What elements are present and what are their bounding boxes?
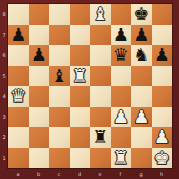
square-a3[interactable] <box>8 107 29 128</box>
square-e4[interactable] <box>90 86 111 107</box>
piece-black-pawn-h6[interactable]: ♟ <box>152 45 173 66</box>
square-c7[interactable] <box>49 25 70 46</box>
rank-label-5: 5 <box>0 74 8 79</box>
square-g7[interactable]: ♟ <box>131 25 152 46</box>
piece-black-pawn-a7[interactable]: ♟ <box>8 25 29 46</box>
square-f4[interactable] <box>111 86 132 107</box>
square-d2[interactable] <box>70 127 91 148</box>
square-h7[interactable] <box>152 25 173 46</box>
file-label-c: c <box>49 172 69 177</box>
square-h6[interactable]: ♟ <box>152 45 173 66</box>
square-d6[interactable] <box>70 45 91 66</box>
square-d4[interactable] <box>70 86 91 107</box>
rank-label-7: 7 <box>0 33 8 38</box>
piece-black-queen-f6[interactable]: ♛ <box>111 45 132 66</box>
square-f6[interactable]: ♛ <box>111 45 132 66</box>
file-label-a: a <box>8 172 28 177</box>
square-e6[interactable] <box>90 45 111 66</box>
rank-label-6: 6 <box>0 53 8 58</box>
square-a2[interactable] <box>8 127 29 148</box>
square-g8[interactable]: ♚ <box>131 4 152 25</box>
square-c8[interactable] <box>49 4 70 25</box>
file-label-e: e <box>90 172 110 177</box>
piece-white-pawn-g3[interactable]: ♟ <box>131 107 152 128</box>
rank-label-1: 1 <box>0 156 8 161</box>
square-c2[interactable] <box>49 127 70 148</box>
square-a7[interactable]: ♟ <box>8 25 29 46</box>
chess-board-frame: ♝♚♟♟♟♟♛♞♟♝♜♛♟♟♜♟♜♚ 87654321abcdefgh <box>0 0 179 179</box>
piece-white-rook-d5[interactable]: ♜ <box>70 66 91 87</box>
square-h8[interactable] <box>152 4 173 25</box>
square-b2[interactable] <box>29 127 50 148</box>
square-d3[interactable] <box>70 107 91 128</box>
square-b7[interactable] <box>29 25 50 46</box>
file-label-h: h <box>152 172 172 177</box>
square-a1[interactable] <box>8 148 29 169</box>
square-b5[interactable] <box>29 66 50 87</box>
piece-black-pawn-f7[interactable]: ♟ <box>111 25 132 46</box>
square-a5[interactable] <box>8 66 29 87</box>
piece-black-pawn-b6[interactable]: ♟ <box>29 45 50 66</box>
square-h2[interactable]: ♟ <box>152 127 173 148</box>
square-h1[interactable]: ♚ <box>152 148 173 169</box>
square-f3[interactable]: ♟ <box>111 107 132 128</box>
piece-black-bishop-c5[interactable]: ♝ <box>49 66 70 87</box>
square-c4[interactable] <box>49 86 70 107</box>
file-label-f: f <box>111 172 131 177</box>
piece-white-pawn-h2[interactable]: ♟ <box>152 127 173 148</box>
square-d5[interactable]: ♜ <box>70 66 91 87</box>
square-g4[interactable] <box>131 86 152 107</box>
piece-white-pawn-f3[interactable]: ♟ <box>111 107 132 128</box>
square-h5[interactable] <box>152 66 173 87</box>
piece-black-knight-g6[interactable]: ♞ <box>131 45 152 66</box>
square-h4[interactable] <box>152 86 173 107</box>
square-a6[interactable] <box>8 45 29 66</box>
rank-label-3: 3 <box>0 115 8 120</box>
piece-white-king-h1[interactable]: ♚ <box>152 148 173 169</box>
square-e1[interactable] <box>90 148 111 169</box>
square-e3[interactable] <box>90 107 111 128</box>
square-g6[interactable]: ♞ <box>131 45 152 66</box>
square-e5[interactable] <box>90 66 111 87</box>
square-f8[interactable] <box>111 4 132 25</box>
square-g5[interactable] <box>131 66 152 87</box>
square-c3[interactable] <box>49 107 70 128</box>
square-b8[interactable] <box>29 4 50 25</box>
chess-board: ♝♚♟♟♟♟♛♞♟♝♜♛♟♟♜♟♜♚ <box>8 4 172 168</box>
piece-white-bishop-e8[interactable]: ♝ <box>90 4 111 25</box>
rank-label-2: 2 <box>0 135 8 140</box>
square-c1[interactable] <box>49 148 70 169</box>
file-label-d: d <box>70 172 90 177</box>
rank-label-4: 4 <box>0 94 8 99</box>
square-e7[interactable] <box>90 25 111 46</box>
piece-black-pawn-g7[interactable]: ♟ <box>131 25 152 46</box>
square-e2[interactable]: ♜ <box>90 127 111 148</box>
square-g2[interactable] <box>131 127 152 148</box>
square-f1[interactable]: ♜ <box>111 148 132 169</box>
file-label-b: b <box>29 172 49 177</box>
square-c6[interactable] <box>49 45 70 66</box>
square-d7[interactable] <box>70 25 91 46</box>
square-b3[interactable] <box>29 107 50 128</box>
square-f2[interactable] <box>111 127 132 148</box>
rank-label-8: 8 <box>0 12 8 17</box>
square-b4[interactable] <box>29 86 50 107</box>
square-h3[interactable] <box>152 107 173 128</box>
square-e8[interactable]: ♝ <box>90 4 111 25</box>
square-d1[interactable] <box>70 148 91 169</box>
square-b6[interactable]: ♟ <box>29 45 50 66</box>
piece-black-rook-e2[interactable]: ♜ <box>90 127 111 148</box>
file-label-g: g <box>131 172 151 177</box>
square-f7[interactable]: ♟ <box>111 25 132 46</box>
square-f5[interactable] <box>111 66 132 87</box>
square-a8[interactable] <box>8 4 29 25</box>
square-c5[interactable]: ♝ <box>49 66 70 87</box>
square-g1[interactable] <box>131 148 152 169</box>
square-g3[interactable]: ♟ <box>131 107 152 128</box>
square-b1[interactable] <box>29 148 50 169</box>
piece-black-king-g8[interactable]: ♚ <box>131 4 152 25</box>
square-a4[interactable]: ♛ <box>8 86 29 107</box>
piece-white-queen-a4[interactable]: ♛ <box>8 86 29 107</box>
piece-white-rook-f1[interactable]: ♜ <box>111 148 132 169</box>
square-d8[interactable] <box>70 4 91 25</box>
